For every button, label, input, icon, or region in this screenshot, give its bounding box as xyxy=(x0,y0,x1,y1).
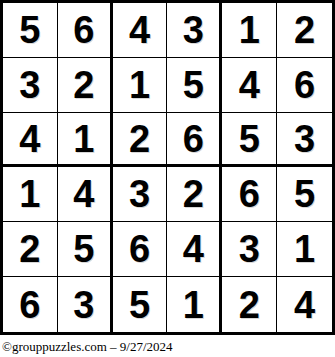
cell-r6c4: 1 xyxy=(167,277,222,332)
cell-r4c2: 4 xyxy=(58,167,113,222)
cell-r6c3: 5 xyxy=(113,277,168,332)
cell-r5c1: 2 xyxy=(3,222,58,277)
copyright-credit: ©grouppuzzles.com – 9/27/2024 xyxy=(2,339,173,354)
cell-r1c3: 4 xyxy=(113,3,168,58)
cell-r4c1: 1 xyxy=(3,167,58,222)
cell-r3c3: 2 xyxy=(113,113,168,168)
cell-r1c5: 1 xyxy=(222,3,277,58)
cell-r3c6: 3 xyxy=(277,113,332,168)
cell-r4c4: 2 xyxy=(167,167,222,222)
cell-r2c6: 6 xyxy=(277,58,332,113)
cell-r6c5: 2 xyxy=(222,277,277,332)
cell-r3c5: 5 xyxy=(222,113,277,168)
cell-r2c3: 1 xyxy=(113,58,168,113)
cell-r6c1: 6 xyxy=(3,277,58,332)
sudoku-puzzle-page: 564312321546412653143265256431635124 ©gr… xyxy=(0,0,335,357)
cell-r2c5: 4 xyxy=(222,58,277,113)
cell-r2c4: 5 xyxy=(167,58,222,113)
cell-r4c5: 6 xyxy=(222,167,277,222)
cell-r2c2: 2 xyxy=(58,58,113,113)
cell-r1c2: 6 xyxy=(58,3,113,58)
cell-r1c4: 3 xyxy=(167,3,222,58)
cell-r5c2: 5 xyxy=(58,222,113,277)
cell-r4c6: 5 xyxy=(277,167,332,222)
cell-r2c1: 3 xyxy=(3,58,58,113)
cell-r3c1: 4 xyxy=(3,113,58,168)
cell-r5c5: 3 xyxy=(222,222,277,277)
cell-r1c6: 2 xyxy=(277,3,332,58)
cell-r3c2: 1 xyxy=(58,113,113,168)
cell-r6c6: 4 xyxy=(277,277,332,332)
cell-r5c3: 6 xyxy=(113,222,168,277)
sudoku-board: 564312321546412653143265256431635124 xyxy=(0,0,335,335)
cell-r5c6: 1 xyxy=(277,222,332,277)
cell-r5c4: 4 xyxy=(167,222,222,277)
cell-r3c4: 6 xyxy=(167,113,222,168)
cell-r6c2: 3 xyxy=(58,277,113,332)
cell-r4c3: 3 xyxy=(113,167,168,222)
cell-r1c1: 5 xyxy=(3,3,58,58)
